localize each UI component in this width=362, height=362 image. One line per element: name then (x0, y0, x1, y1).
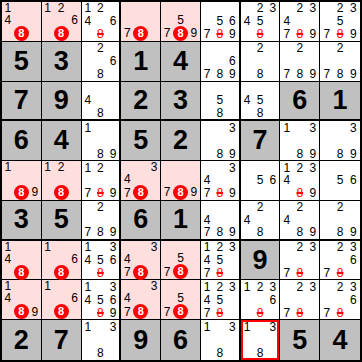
candidate-grid: 198 (2, 161, 41, 200)
candidate-8-circled-cell: 8 (173, 304, 188, 319)
candidate-3: 3 (306, 280, 319, 293)
solved-digit: 4 (42, 121, 81, 160)
candidate-4: 4 (121, 173, 133, 185)
candidate-3: 3 (226, 320, 239, 333)
candidate-2: 2 (254, 201, 267, 214)
candidate-grid: 58 (201, 82, 239, 120)
cell-r1c1[interactable]: 148 (2, 2, 42, 42)
candidate-5: 5 (254, 174, 267, 187)
solved-digit: 4 (161, 42, 200, 81)
candidate-3: 3 (267, 320, 280, 333)
candidate-9: 9 (347, 68, 360, 81)
solved-digit: 1 (161, 201, 200, 239)
candidate-grid: 1268 (42, 2, 81, 41)
cell-r9c5[interactable]: 6 (161, 320, 201, 360)
candidate-grid: 2789 (280, 42, 319, 81)
candidate-9: 9 (347, 28, 360, 41)
candidate-9: 9 (306, 187, 319, 200)
candidate-3: 3 (306, 121, 319, 134)
candidate-7: 7 (320, 28, 333, 41)
candidate-grid: 268 (82, 42, 120, 81)
cell-r4c4[interactable]: 5 (121, 121, 161, 161)
candidate-4: 4 (2, 292, 14, 304)
solved-digit: 9 (42, 82, 81, 120)
candidate-grid: 168 (42, 241, 81, 280)
cell-r5c5[interactable]: 798 (161, 161, 201, 201)
candidate-6: 6 (69, 253, 81, 265)
candidate-1: 1 (201, 241, 214, 254)
candidate-9: 9 (188, 185, 200, 200)
candidate-8-circled: 8 (14, 304, 29, 319)
candidate-8-circled-cell: 8 (173, 185, 188, 200)
solved-digit: 2 (161, 121, 200, 160)
solved-digit: 4 (320, 320, 360, 360)
cell-r9c8[interactable]: 5 (280, 320, 320, 360)
cell-r4c6[interactable]: 389 (201, 121, 241, 161)
candidate-1: 1 (42, 161, 54, 173)
cell-r8c3[interactable]: 1345698 (82, 280, 122, 320)
candidate-4: 4 (201, 174, 214, 187)
candidate-8: 8 (333, 226, 346, 239)
candidate-grid: 1234578 (201, 280, 239, 319)
candidate-2: 2 (213, 241, 226, 254)
candidate-4: 4 (121, 292, 133, 304)
cell-r9c7[interactable]: 138 (241, 320, 281, 360)
cell-r1c3[interactable]: 12468 (82, 2, 122, 42)
cell-r8c2[interactable]: 168 (42, 280, 82, 320)
candidate-8: 8 (254, 107, 267, 120)
cell-r4c7[interactable]: 7 (241, 121, 281, 161)
candidate-8-circled-cell: 8 (133, 185, 148, 200)
cell-r5c2[interactable]: 128 (42, 161, 82, 201)
candidate-6: 6 (107, 293, 120, 306)
solved-digit: 5 (280, 320, 319, 360)
candidate-8: 8 (254, 347, 267, 360)
candidate-8-eliminated: 8 (94, 187, 107, 200)
candidate-2: 2 (94, 2, 107, 15)
cell-r6c1[interactable]: 3 (2, 201, 42, 241)
cell-r3c3[interactable]: 48 (82, 82, 122, 122)
cell-r2c3[interactable]: 268 (82, 42, 122, 82)
candidate-grid: 48 (82, 82, 120, 120)
cell-r4c9[interactable]: 389 (320, 121, 360, 161)
candidate-grid: 1389 (280, 121, 319, 160)
candidate-8-circled-cell: 8 (133, 265, 148, 280)
solved-digit: 6 (161, 320, 200, 360)
candidate-7: 7 (82, 226, 95, 239)
cell-r2c6[interactable]: 6789 (201, 42, 241, 82)
cell-r4c1[interactable]: 6 (2, 121, 42, 161)
cell-r9c6[interactable]: 138 (201, 320, 241, 360)
cell-r2c7[interactable]: 28 (241, 42, 281, 82)
candidate-3: 3 (306, 241, 319, 254)
cell-r3c5[interactable]: 3 (161, 82, 201, 122)
candidate-1: 1 (201, 280, 214, 293)
candidate-4: 4 (201, 293, 214, 306)
candidate-grid: 12368 (241, 280, 280, 319)
candidate-3: 3 (347, 121, 360, 134)
candidate-9: 9 (347, 226, 360, 239)
candidate-7: 7 (280, 267, 293, 280)
candidate-3: 3 (107, 320, 120, 333)
candidate-5: 5 (94, 254, 107, 267)
candidate-grid: 3478 (121, 241, 160, 280)
candidate-grid: 234798 (280, 2, 319, 41)
candidate-grid: 138 (201, 320, 239, 360)
candidate-1: 1 (42, 241, 54, 253)
cell-r7c7[interactable]: 9 (241, 241, 281, 281)
candidate-8: 8 (293, 68, 306, 81)
candidate-grid: 458 (241, 82, 280, 120)
candidate-grid: 189 (82, 121, 120, 160)
candidate-grid: 168 (42, 280, 81, 319)
cell-r9c9[interactable]: 4 (320, 320, 360, 360)
candidate-8: 8 (94, 147, 107, 160)
cell-r3c6[interactable]: 58 (201, 82, 241, 122)
candidate-8-eliminated: 8 (213, 267, 226, 280)
candidate-8-circled: 8 (133, 185, 148, 200)
cell-r2c4[interactable]: 1 (121, 42, 161, 82)
candidate-5: 5 (173, 252, 188, 264)
candidate-8-circled-cell: 8 (54, 304, 69, 319)
candidate-6: 6 (226, 15, 239, 28)
candidate-grid: 1498 (2, 280, 41, 319)
candidate-8: 8 (213, 107, 226, 120)
cell-r5c7[interactable]: 56 (241, 161, 281, 201)
candidate-9: 9 (188, 26, 200, 41)
candidate-6: 6 (347, 293, 360, 306)
candidate-2: 2 (213, 280, 226, 293)
cell-r3c7[interactable]: 458 (241, 82, 281, 122)
candidate-grid: 3478 (121, 161, 160, 200)
candidate-9: 9 (29, 185, 41, 200)
candidate-7: 7 (201, 306, 214, 319)
candidate-7: 7 (161, 26, 173, 41)
candidate-5: 5 (213, 254, 226, 267)
cell-r4c5[interactable]: 2 (161, 121, 201, 161)
cell-r8c6[interactable]: 1234578 (201, 280, 241, 320)
candidate-3: 3 (347, 241, 360, 254)
candidate-2: 2 (293, 241, 306, 254)
candidate-3: 3 (226, 241, 239, 254)
candidate-grid: 235798 (320, 2, 360, 41)
solved-digit: 3 (42, 42, 81, 81)
cell-r5c3[interactable]: 12798 (82, 161, 122, 201)
candidate-3: 3 (347, 2, 360, 15)
candidate-4: 4 (241, 213, 254, 226)
cell-r6c8[interactable]: 2489 (280, 201, 320, 241)
cell-r2c2[interactable]: 3 (42, 42, 82, 82)
cell-r8c8[interactable]: 2378 (280, 280, 320, 320)
candidate-9: 9 (226, 68, 239, 81)
candidate-grid: 134568 (82, 241, 120, 280)
candidate-grid: 248 (241, 201, 280, 239)
cell-r3c2[interactable]: 9 (42, 82, 82, 122)
candidate-1: 1 (241, 320, 254, 333)
candidate-8-eliminated: 8 (254, 306, 267, 319)
cell-r5c8[interactable]: 123498 (280, 161, 320, 201)
candidate-8-eliminated: 8 (213, 28, 226, 41)
candidate-7: 7 (201, 187, 214, 200)
solved-digit: 3 (161, 82, 200, 120)
candidate-8-eliminated: 8 (94, 306, 107, 319)
candidate-7: 7 (201, 226, 214, 239)
candidate-7: 7 (201, 267, 214, 280)
candidate-2: 2 (293, 161, 306, 174)
cell-r2c5[interactable]: 4 (161, 42, 201, 82)
candidate-7: 7 (121, 304, 133, 319)
candidate-4: 4 (2, 14, 14, 26)
candidate-5: 5 (213, 94, 226, 107)
candidate-1: 1 (42, 280, 54, 292)
cell-r6c6[interactable]: 4789 (201, 201, 241, 241)
candidate-3: 3 (306, 161, 319, 174)
cell-r3c1[interactable]: 7 (2, 82, 42, 122)
candidate-4: 4 (241, 15, 254, 28)
candidate-8: 8 (213, 226, 226, 239)
cell-r5c9[interactable]: 56 (320, 161, 360, 201)
sudoku-board: 1481268124687857985679823458234798235798… (0, 0, 362, 362)
candidate-grid: 289 (320, 201, 360, 239)
solved-digit: 5 (2, 42, 41, 81)
candidate-4: 4 (280, 15, 293, 28)
candidate-3: 3 (148, 280, 160, 292)
cell-r1c7[interactable]: 23458 (241, 2, 281, 42)
candidate-8-circled: 8 (54, 265, 69, 280)
cell-r3c4[interactable]: 2 (121, 82, 161, 122)
candidate-8: 8 (94, 226, 107, 239)
cell-r4c3[interactable]: 189 (82, 121, 122, 161)
candidate-8-circled: 8 (14, 265, 29, 280)
candidate-8-circled-cell: 8 (14, 26, 29, 41)
candidate-2: 2 (293, 201, 306, 214)
candidate-grid: 23458 (241, 2, 280, 41)
cell-r7c1[interactable]: 148 (2, 241, 42, 281)
candidate-8-circled: 8 (173, 26, 188, 41)
candidate-8-circled-cell: 8 (173, 26, 188, 41)
candidate-9: 9 (226, 226, 239, 239)
candidate-2: 2 (333, 2, 346, 15)
candidate-9: 9 (107, 226, 120, 239)
cell-r6c7[interactable]: 248 (241, 201, 281, 241)
candidate-4: 4 (82, 293, 95, 306)
candidate-7: 7 (320, 267, 333, 280)
candidate-3: 3 (306, 2, 319, 15)
candidate-8-circled-cell: 8 (54, 26, 69, 41)
candidate-grid: 34798 (201, 161, 239, 200)
candidate-9: 9 (107, 306, 120, 319)
candidate-7: 7 (280, 68, 293, 81)
candidate-8-circled: 8 (54, 26, 69, 41)
candidate-6: 6 (107, 55, 120, 68)
candidate-8-circled: 8 (14, 185, 29, 200)
candidate-grid: 2789 (82, 201, 120, 239)
candidate-grid: 148 (2, 2, 41, 41)
candidate-5: 5 (254, 94, 267, 107)
candidate-6: 6 (267, 293, 280, 306)
cell-r5c1[interactable]: 198 (2, 161, 42, 201)
cell-r5c4[interactable]: 3478 (121, 161, 161, 201)
candidate-grid: 5798 (161, 2, 200, 41)
cell-r6c3[interactable]: 2789 (82, 201, 122, 241)
candidate-grid: 3478 (121, 280, 160, 319)
cell-r8c9[interactable]: 23678 (320, 280, 360, 320)
candidate-4: 4 (2, 253, 14, 265)
candidate-8-circled-cell: 8 (54, 265, 69, 280)
candidate-grid: 2378 (280, 280, 319, 319)
candidate-8: 8 (94, 347, 107, 360)
candidate-6: 6 (69, 14, 81, 26)
candidate-8-eliminated: 8 (333, 267, 346, 280)
cell-r4c8[interactable]: 1389 (280, 121, 320, 161)
candidate-8-eliminated: 8 (94, 28, 107, 41)
candidate-2: 2 (94, 42, 107, 55)
candidate-grid: 578 (161, 241, 200, 280)
candidate-8-eliminated: 8 (333, 306, 346, 319)
candidate-8-eliminated: 8 (213, 187, 226, 200)
candidate-3: 3 (107, 241, 120, 254)
candidate-grid: 1345698 (82, 280, 120, 319)
candidate-1: 1 (280, 161, 293, 174)
candidate-6: 6 (69, 292, 81, 304)
cell-r2c8[interactable]: 2789 (280, 42, 320, 82)
candidate-9: 9 (347, 147, 360, 160)
candidate-7: 7 (161, 304, 173, 319)
candidate-6: 6 (267, 174, 280, 187)
cell-r1c5[interactable]: 5798 (161, 2, 201, 42)
solved-digit: 7 (42, 320, 81, 360)
solved-digit: 2 (121, 82, 160, 120)
cell-r1c8[interactable]: 234798 (280, 2, 320, 42)
candidate-8-circled-cell: 8 (173, 264, 188, 279)
candidate-2: 2 (293, 280, 306, 293)
cell-r7c5[interactable]: 578 (161, 241, 201, 281)
cell-r7c9[interactable]: 23678 (320, 241, 360, 281)
cell-r6c4[interactable]: 6 (121, 201, 161, 241)
candidate-8-circled-cell: 8 (14, 304, 29, 319)
candidate-6: 6 (107, 15, 120, 28)
cell-r4c2[interactable]: 4 (42, 121, 82, 161)
candidate-7: 7 (201, 28, 214, 41)
candidate-2: 2 (54, 2, 69, 14)
candidate-8-circled: 8 (133, 265, 148, 280)
candidate-2: 2 (333, 42, 346, 55)
candidate-9: 9 (107, 147, 120, 160)
candidate-grid: 2789 (320, 42, 360, 81)
cell-r7c3[interactable]: 134568 (82, 241, 122, 281)
cell-r1c6[interactable]: 56798 (201, 2, 241, 42)
solved-digit: 5 (121, 121, 160, 160)
candidate-9: 9 (306, 226, 319, 239)
candidate-7: 7 (320, 306, 333, 319)
candidate-grid: 4789 (201, 201, 239, 239)
candidate-4: 4 (82, 94, 95, 107)
candidate-8-circled-cell: 8 (54, 185, 69, 200)
cell-r2c9[interactable]: 2789 (320, 42, 360, 82)
candidate-4: 4 (280, 213, 293, 226)
candidate-8: 8 (94, 68, 107, 81)
cell-r7c8[interactable]: 2378 (280, 241, 320, 281)
candidate-7: 7 (121, 26, 133, 41)
candidate-4: 4 (241, 94, 254, 107)
candidate-3: 3 (148, 241, 160, 253)
cell-r1c2[interactable]: 1268 (42, 2, 82, 42)
cell-r9c4[interactable]: 9 (121, 320, 161, 360)
candidate-2: 2 (54, 161, 69, 173)
candidate-1: 1 (82, 2, 95, 15)
candidate-8: 8 (254, 68, 267, 81)
candidate-grid: 578 (161, 280, 200, 319)
cell-r6c2[interactable]: 5 (42, 201, 82, 241)
cell-r6c9[interactable]: 289 (320, 201, 360, 241)
candidate-1: 1 (82, 241, 95, 254)
candidate-grid: 12798 (82, 161, 120, 200)
cell-r9c3[interactable]: 138 (82, 320, 122, 360)
candidate-8-circled: 8 (54, 304, 69, 319)
candidate-grid: 56798 (201, 2, 239, 41)
cell-r9c1[interactable]: 2 (2, 320, 42, 360)
cell-r1c4[interactable]: 78 (121, 2, 161, 42)
cell-r8c1[interactable]: 1498 (2, 280, 42, 320)
candidate-3: 3 (107, 280, 120, 293)
cell-r3c8[interactable]: 6 (280, 82, 320, 122)
candidate-7: 7 (201, 68, 214, 81)
candidate-7: 7 (280, 306, 293, 319)
cell-r7c6[interactable]: 1234578 (201, 241, 241, 281)
candidate-grid: 389 (320, 121, 360, 160)
candidate-3: 3 (267, 280, 280, 293)
candidate-grid: 123498 (280, 161, 319, 200)
solved-digit: 5 (42, 201, 81, 239)
cell-r9c2[interactable]: 7 (42, 320, 82, 360)
cell-r7c4[interactable]: 3478 (121, 241, 161, 281)
cell-r3c9[interactable]: 1 (320, 82, 360, 122)
cell-r1c9[interactable]: 235798 (320, 2, 360, 42)
candidate-8: 8 (333, 147, 346, 160)
cell-r2c1[interactable]: 5 (2, 42, 42, 82)
candidate-8-circled: 8 (173, 264, 188, 279)
candidate-2: 2 (333, 241, 346, 254)
candidate-6: 6 (226, 55, 239, 68)
candidate-1: 1 (82, 280, 95, 293)
candidate-9: 9 (226, 28, 239, 41)
candidate-9: 9 (306, 147, 319, 160)
cell-r5c6[interactable]: 34798 (201, 161, 241, 201)
cell-r8c5[interactable]: 578 (161, 280, 201, 320)
candidate-5: 5 (333, 15, 346, 28)
solved-digit: 9 (121, 320, 160, 360)
candidate-8: 8 (293, 147, 306, 160)
candidate-5: 5 (213, 293, 226, 306)
solved-digit: 1 (320, 82, 360, 120)
candidate-grid: 389 (201, 121, 239, 160)
candidate-8-eliminated: 8 (213, 306, 226, 319)
candidate-grid: 138 (241, 320, 280, 360)
solved-digit: 9 (241, 241, 280, 280)
cell-r8c7[interactable]: 12368 (241, 280, 281, 320)
candidate-9: 9 (226, 147, 239, 160)
cell-r7c2[interactable]: 168 (42, 241, 82, 281)
candidate-8-circled: 8 (173, 185, 188, 200)
candidate-8-circled-cell: 8 (14, 185, 29, 200)
candidate-6: 6 (347, 174, 360, 187)
candidate-8: 8 (293, 226, 306, 239)
candidate-2: 2 (254, 2, 267, 15)
cell-r8c4[interactable]: 3478 (121, 280, 161, 320)
candidate-grid: 6789 (201, 42, 239, 81)
cell-r6c5[interactable]: 1 (161, 201, 201, 241)
candidate-1: 1 (2, 241, 14, 253)
